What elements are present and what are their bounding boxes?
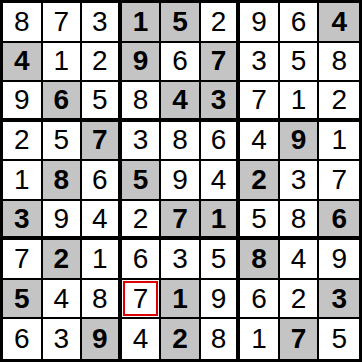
cell-r6c3[interactable]: 4 [82,201,122,241]
cell-r1c9: 4 [319,3,359,43]
cell-r5c9[interactable]: 7 [319,161,359,201]
cell-r2c3[interactable]: 2 [82,43,122,83]
cell-r4c3: 7 [82,122,122,162]
cell-r1c7[interactable]: 9 [240,3,280,43]
cell-r4c5[interactable]: 8 [161,122,201,162]
cell-r5c2: 8 [43,161,83,201]
cell-r8c4[interactable]: 7 [122,280,162,320]
cell-r4c7[interactable]: 4 [240,122,280,162]
cell-r5c8[interactable]: 3 [280,161,320,201]
cell-r5c7: 2 [240,161,280,201]
cell-r3c7[interactable]: 7 [240,82,280,122]
cell-r1c2[interactable]: 7 [43,3,83,43]
cell-r9c4[interactable]: 4 [122,319,162,359]
cell-r6c7[interactable]: 5 [240,201,280,241]
cell-r2c6: 7 [201,43,241,83]
cell-r7c3[interactable]: 1 [82,240,122,280]
cell-r3c9[interactable]: 2 [319,82,359,122]
cell-r5c4: 5 [122,161,162,201]
cell-r2c1: 4 [3,43,43,83]
cell-r9c5: 2 [161,319,201,359]
cell-r7c5[interactable]: 3 [161,240,201,280]
cell-r2c4: 9 [122,43,162,83]
cell-r6c4[interactable]: 2 [122,201,162,241]
cell-r4c9[interactable]: 1 [319,122,359,162]
cell-r2c8[interactable]: 5 [280,43,320,83]
cell-r9c3: 9 [82,319,122,359]
cell-r7c8[interactable]: 4 [280,240,320,280]
cell-r8c3[interactable]: 8 [82,280,122,320]
cell-r3c5: 4 [161,82,201,122]
cell-r4c1[interactable]: 2 [3,122,43,162]
cell-r3c8[interactable]: 1 [280,82,320,122]
cell-r1c3[interactable]: 3 [82,3,122,43]
cell-r7c7: 8 [240,240,280,280]
cell-r5c6[interactable]: 4 [201,161,241,201]
cell-r6c6: 1 [201,201,241,241]
cell-r8c6[interactable]: 9 [201,280,241,320]
cell-r9c7[interactable]: 1 [240,319,280,359]
cell-r3c6: 3 [201,82,241,122]
cell-r8c2[interactable]: 4 [43,280,83,320]
cell-r8c1: 5 [3,280,43,320]
cell-r4c6[interactable]: 6 [201,122,241,162]
cell-r7c6[interactable]: 5 [201,240,241,280]
cell-r7c4[interactable]: 6 [122,240,162,280]
cell-r9c9[interactable]: 5 [319,319,359,359]
cell-r1c4: 1 [122,3,162,43]
cell-r3c2: 6 [43,82,83,122]
cell-r3c1[interactable]: 9 [3,82,43,122]
cell-r8c5: 1 [161,280,201,320]
cell-r8c7[interactable]: 6 [240,280,280,320]
cell-r2c7[interactable]: 3 [240,43,280,83]
cell-r6c9: 6 [319,201,359,241]
cell-r7c2: 2 [43,240,83,280]
cell-r1c1[interactable]: 8 [3,3,43,43]
cell-r4c8: 9 [280,122,320,162]
cell-r9c1[interactable]: 6 [3,319,43,359]
cell-r4c4[interactable]: 3 [122,122,162,162]
cell-r5c1[interactable]: 1 [3,161,43,201]
cell-r6c1: 3 [3,201,43,241]
cell-r1c5: 5 [161,3,201,43]
cell-r8c8[interactable]: 2 [280,280,320,320]
cell-r6c8[interactable]: 8 [280,201,320,241]
cell-r8c9: 3 [319,280,359,320]
cell-r7c1[interactable]: 7 [3,240,43,280]
cell-r1c6[interactable]: 2 [201,3,241,43]
cell-r9c8: 7 [280,319,320,359]
cell-r2c9[interactable]: 8 [319,43,359,83]
cell-r7c9[interactable]: 9 [319,240,359,280]
cell-r6c2[interactable]: 9 [43,201,83,241]
cell-r2c5[interactable]: 6 [161,43,201,83]
cell-r3c3[interactable]: 5 [82,82,122,122]
cell-r4c2[interactable]: 5 [43,122,83,162]
cell-r5c5[interactable]: 9 [161,161,201,201]
cell-r1c8[interactable]: 6 [280,3,320,43]
cell-r3c4[interactable]: 8 [122,82,162,122]
cell-r9c6[interactable]: 8 [201,319,241,359]
cell-r9c2[interactable]: 3 [43,319,83,359]
cell-r5c3[interactable]: 6 [82,161,122,201]
sudoku-board: 8731529644129673589658437122573864911865… [0,0,362,362]
cell-r6c5: 7 [161,201,201,241]
cell-r2c2[interactable]: 1 [43,43,83,83]
